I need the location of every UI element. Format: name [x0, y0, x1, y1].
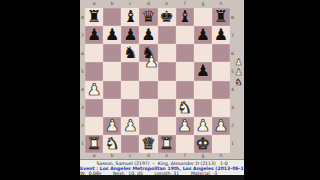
- rank-label-3: 3: [81, 99, 84, 117]
- players-result-line: Sasson, Samuel (2197) – King, Alexander …: [80, 161, 244, 166]
- piece-white-king[interactable]: ♚: [194, 135, 212, 153]
- piece-black-rook[interactable]: ♜: [85, 8, 103, 26]
- tray-piece-white-pawn: ♟: [234, 67, 242, 77]
- square-c2[interactable]: ♟: [121, 117, 139, 135]
- right-letterbox-bar: [244, 0, 320, 180]
- square-a8[interactable]: ♜: [85, 8, 103, 26]
- square-g3[interactable]: [194, 99, 212, 117]
- square-e2[interactable]: [158, 117, 176, 135]
- file-label-f: f: [176, 153, 194, 158]
- square-e1[interactable]: ♜: [158, 135, 176, 153]
- square-d1[interactable]: ♛: [139, 135, 157, 153]
- square-a4[interactable]: ♟: [85, 81, 103, 99]
- piece-black-queen[interactable]: ♛: [139, 8, 157, 26]
- square-d3[interactable]: [139, 99, 157, 117]
- bottom-strip: [80, 175, 244, 180]
- square-f8[interactable]: ♝: [176, 8, 194, 26]
- piece-white-pawn[interactable]: ♟: [194, 117, 212, 135]
- left-letterbox-bar: [0, 0, 80, 180]
- square-f3[interactable]: ♞: [176, 99, 194, 117]
- piece-black-pawn[interactable]: ♟: [121, 26, 139, 44]
- piece-white-knight[interactable]: ♞: [176, 99, 194, 117]
- event-line: Event : Los Angeles Metropolitan 19th, L…: [80, 166, 244, 171]
- file-label-a: a: [85, 1, 103, 6]
- piece-black-bishop[interactable]: ♝: [121, 8, 139, 26]
- square-d2[interactable]: [139, 117, 157, 135]
- file-labels-top: abcdefgh: [85, 1, 230, 6]
- piece-white-pawn[interactable]: ♟: [103, 117, 121, 135]
- square-g4[interactable]: [194, 81, 212, 99]
- square-c7[interactable]: ♟: [121, 26, 139, 44]
- file-label-h: h: [212, 153, 230, 158]
- square-c1[interactable]: [121, 135, 139, 153]
- piece-black-king[interactable]: ♚: [158, 8, 176, 26]
- piece-black-bishop[interactable]: ♝: [176, 8, 194, 26]
- square-b7[interactable]: ♟: [103, 26, 121, 44]
- square-d8[interactable]: ♛: [139, 8, 157, 26]
- square-b6[interactable]: [103, 44, 121, 62]
- square-b2[interactable]: ♟: [103, 117, 121, 135]
- square-c6[interactable]: ♞: [121, 44, 139, 62]
- piece-black-pawn[interactable]: ♟: [194, 26, 212, 44]
- square-a2[interactable]: [85, 117, 103, 135]
- rank-labels-left: 87654321: [81, 8, 84, 153]
- file-label-d: d: [139, 1, 157, 6]
- piece-white-pawn[interactable]: ♟: [85, 81, 103, 99]
- square-f2[interactable]: ♟: [176, 117, 194, 135]
- square-a5[interactable]: [85, 62, 103, 80]
- rank-label-6: 6: [81, 44, 84, 62]
- square-h8[interactable]: ♜: [212, 8, 230, 26]
- square-a6[interactable]: [85, 44, 103, 62]
- square-d7[interactable]: ♟: [139, 26, 157, 44]
- square-h2[interactable]: ♟: [212, 117, 230, 135]
- square-f1[interactable]: [176, 135, 194, 153]
- square-g1[interactable]: ♚: [194, 135, 212, 153]
- chess-board: ♜♝♛♚♝♜♟♟♟♟♟♟♞♞♟♟♟♞♟♟♟♟♟♜♞♛♜♚: [85, 8, 230, 153]
- captured-pieces-tray: ♟♟♞: [233, 57, 244, 87]
- piece-black-pawn[interactable]: ♟: [85, 26, 103, 44]
- rank-label-1: 1: [231, 135, 234, 153]
- square-a1[interactable]: ♜: [85, 135, 103, 153]
- piece-white-knight[interactable]: ♞: [103, 135, 121, 153]
- square-b4[interactable]: [103, 81, 121, 99]
- tray-piece-white-pawn: ♟: [234, 57, 242, 67]
- rank-label-2: 2: [81, 117, 84, 135]
- square-h6[interactable]: [212, 44, 230, 62]
- file-label-g: g: [194, 1, 212, 6]
- square-h4[interactable]: [212, 81, 230, 99]
- square-d4[interactable]: [139, 81, 157, 99]
- piece-black-pawn[interactable]: ♟: [194, 62, 212, 80]
- rank-label-8: 8: [81, 8, 84, 26]
- piece-white-queen[interactable]: ♛: [139, 135, 157, 153]
- square-e7[interactable]: [158, 26, 176, 44]
- square-h7[interactable]: ♟: [212, 26, 230, 44]
- square-e4[interactable]: [158, 81, 176, 99]
- piece-black-knight[interactable]: ♞: [121, 44, 139, 62]
- square-b5[interactable]: [103, 62, 121, 80]
- file-label-f: f: [176, 1, 194, 6]
- square-h5[interactable]: [212, 62, 230, 80]
- square-c4[interactable]: [121, 81, 139, 99]
- file-label-c: c: [121, 153, 139, 158]
- file-label-h: h: [212, 1, 230, 6]
- file-label-d: d: [139, 153, 157, 158]
- file-label-b: b: [103, 1, 121, 6]
- square-h1[interactable]: [212, 135, 230, 153]
- square-a7[interactable]: ♟: [85, 26, 103, 44]
- rank-label-2: 2: [231, 117, 234, 135]
- square-c5[interactable]: [121, 62, 139, 80]
- square-h3[interactable]: [212, 99, 230, 117]
- square-c8[interactable]: ♝: [121, 8, 139, 26]
- rank-label-8: 8: [231, 8, 234, 26]
- square-c3[interactable]: [121, 99, 139, 117]
- file-label-a: a: [85, 153, 103, 158]
- rank-label-5: 5: [81, 62, 84, 80]
- piece-black-pawn[interactable]: ♟: [139, 26, 157, 44]
- rank-label-7: 7: [231, 26, 234, 44]
- square-g7[interactable]: ♟: [194, 26, 212, 44]
- piece-black-pawn[interactable]: ♟: [103, 26, 121, 44]
- square-b8[interactable]: [103, 8, 121, 26]
- piece-white-pawn[interactable]: ♟: [176, 117, 194, 135]
- rank-label-7: 7: [81, 26, 84, 44]
- rank-label-3: 3: [231, 99, 234, 117]
- square-f7[interactable]: [176, 26, 194, 44]
- piece-white-rook[interactable]: ♜: [85, 135, 103, 153]
- file-labels-bottom: abcdefgh: [85, 153, 230, 158]
- video-frame: abcdefgh abcdefgh 87654321 87654321 ♜♝♛♚…: [0, 0, 320, 180]
- square-d5[interactable]: ♟: [139, 62, 157, 80]
- square-g2[interactable]: ♟: [194, 117, 212, 135]
- square-e5[interactable]: [158, 62, 176, 80]
- file-label-e: e: [158, 1, 176, 6]
- piece-white-pawn[interactable]: ♟: [121, 117, 139, 135]
- square-f4[interactable]: [176, 81, 194, 99]
- square-g8[interactable]: [194, 8, 212, 26]
- rank-label-1: 1: [81, 135, 84, 153]
- square-g5[interactable]: ♟: [194, 62, 212, 80]
- square-e3[interactable]: [158, 99, 176, 117]
- file-label-e: e: [158, 153, 176, 158]
- file-label-g: g: [194, 153, 212, 158]
- square-g6[interactable]: [194, 44, 212, 62]
- file-label-c: c: [121, 1, 139, 6]
- piece-black-rook[interactable]: ♜: [212, 8, 230, 26]
- square-a3[interactable]: [85, 99, 103, 117]
- piece-white-pawn[interactable]: ♟: [212, 117, 230, 135]
- square-f6[interactable]: [176, 44, 194, 62]
- square-f5[interactable]: [176, 62, 194, 80]
- piece-black-pawn[interactable]: ♟: [212, 26, 230, 44]
- game-info-panel: Sasson, Samuel (2197) – King, Alexander …: [80, 159, 244, 175]
- rank-label-4: 4: [81, 81, 84, 99]
- piece-white-rook[interactable]: ♜: [158, 135, 176, 153]
- square-b1[interactable]: ♞: [103, 135, 121, 153]
- square-e8[interactable]: ♚: [158, 8, 176, 26]
- tray-piece-white-knight: ♞: [235, 77, 243, 87]
- file-label-b: b: [103, 153, 121, 158]
- square-b3[interactable]: [103, 99, 121, 117]
